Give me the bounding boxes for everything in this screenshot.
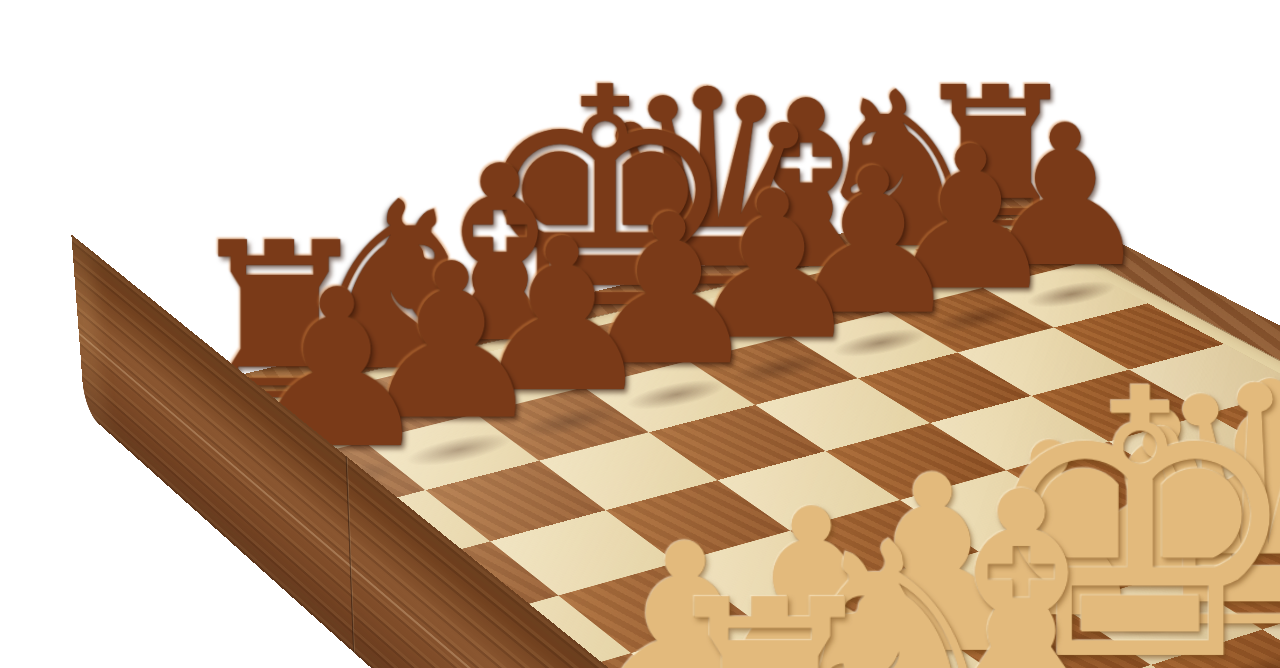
piece-black-queen-d8: ♛ [518,44,897,326]
piece-shadow [1212,557,1280,609]
piece-shadow [946,239,1056,274]
fold-seam [346,456,355,654]
piece-shadow [1015,276,1128,313]
piece-black-knight-b8: ♞ [752,55,1052,278]
piece-shadow [396,428,523,473]
piece-shadow [1193,647,1280,668]
piece-black-bishop-c8: ♝ [644,62,967,302]
chess-set: ♜♞♝♚♛♝♞♜♟♟♟♟♟♟♟♟♟♟♟♟♟♟♟♟♜♞♝♚♛♝♞♜ [85,191,1280,668]
piece-black-rook-a8: ♜ [859,54,1131,256]
piece-shadow [507,400,631,443]
photo-scene: ♜♞♝♚♛♝♞♜♟♟♟♟♟♟♟♟♟♟♟♟♟♟♟♟♜♞♝♚♛♝♞♜ [0,0,1280,668]
piece-shadow [720,348,839,388]
